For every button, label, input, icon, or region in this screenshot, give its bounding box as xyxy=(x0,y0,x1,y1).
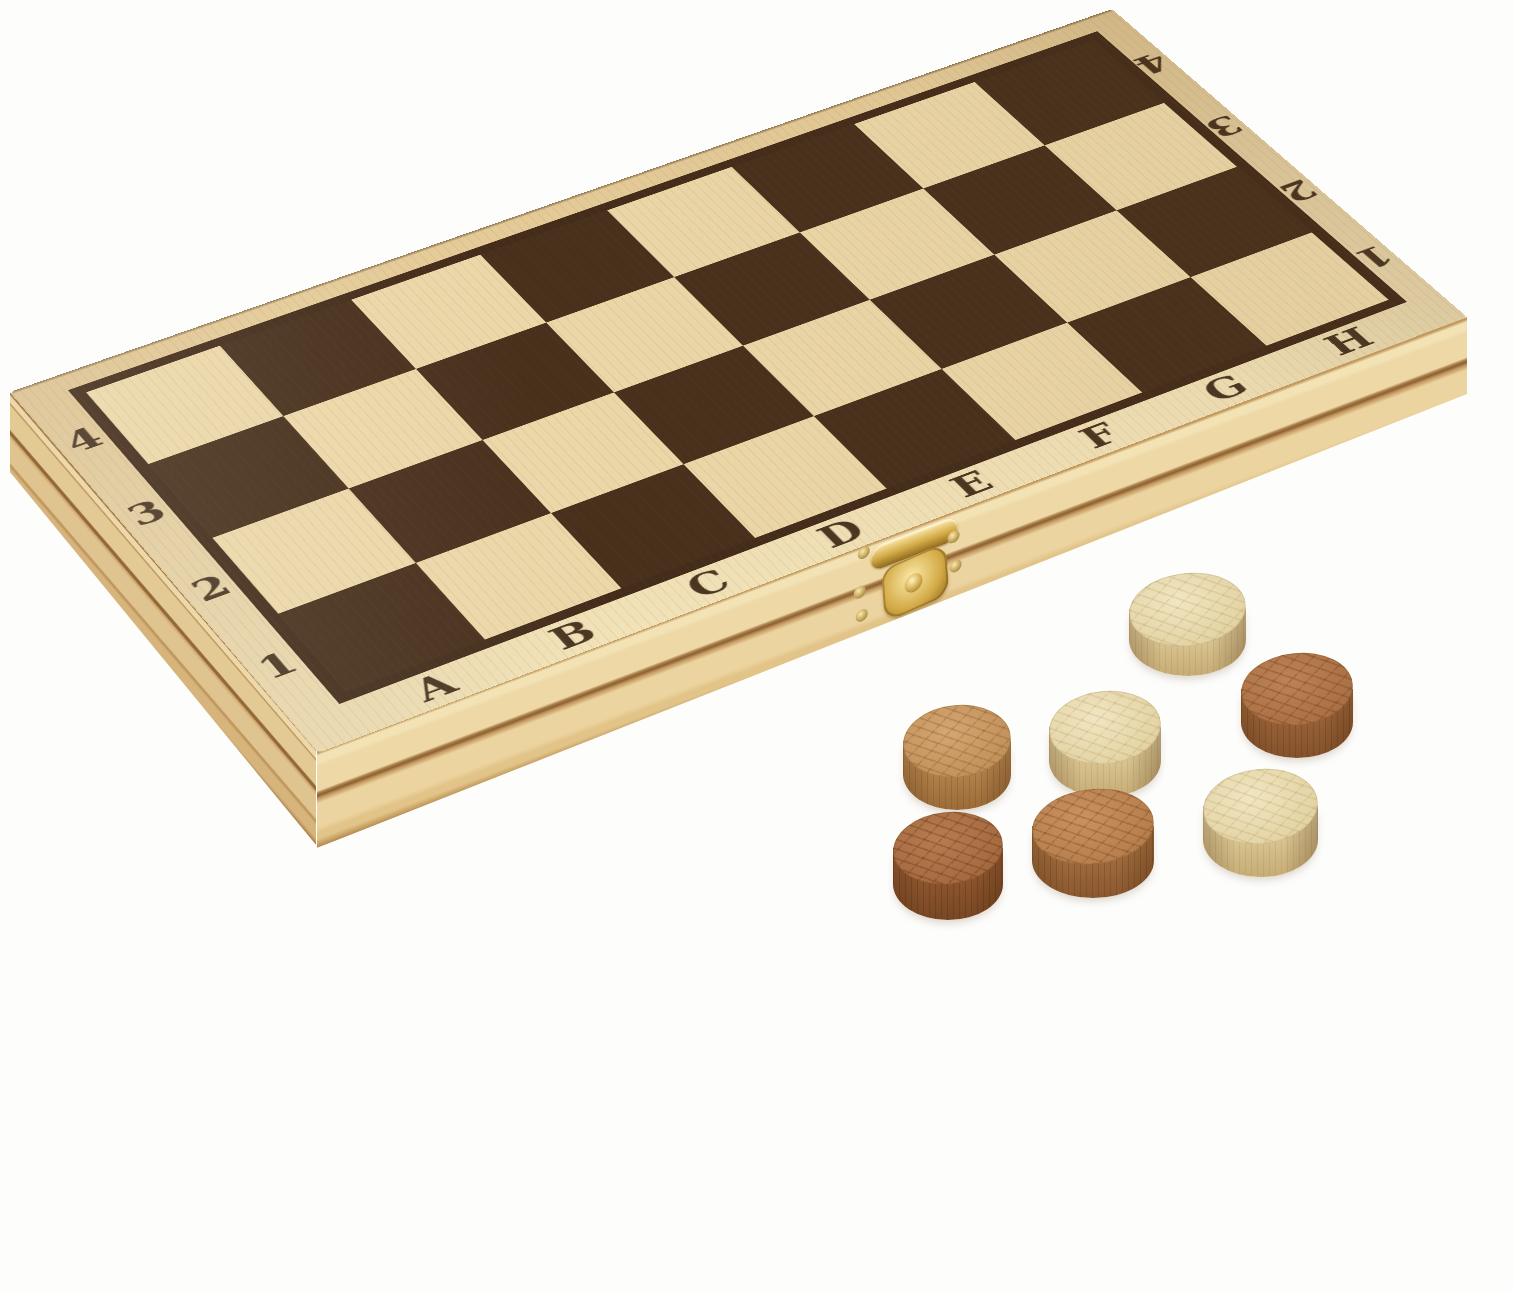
clasp-finial-icon xyxy=(949,558,961,575)
clasp-finial-icon xyxy=(854,584,866,601)
clasp-finial-icon xyxy=(856,607,868,624)
product-photo-scene: ABCDEFGH43214321 xyxy=(0,0,1514,1292)
